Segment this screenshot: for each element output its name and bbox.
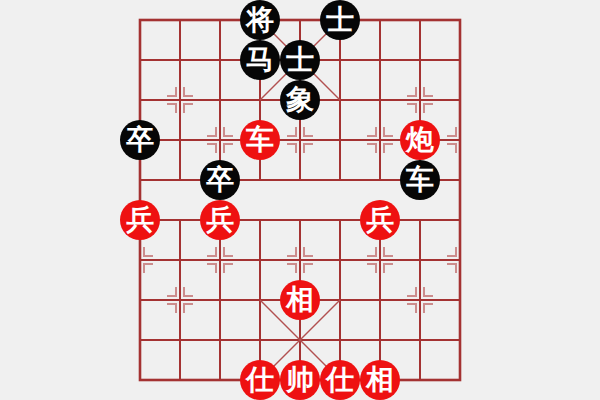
piece-black-chariot[interactable]: 车 bbox=[400, 160, 440, 200]
piece-black-advisor[interactable]: 士 bbox=[320, 0, 360, 40]
piece-red-elephant[interactable]: 相 bbox=[360, 360, 400, 400]
piece-red-soldier[interactable]: 兵 bbox=[360, 200, 400, 240]
piece-red-chariot[interactable]: 车 bbox=[240, 120, 280, 160]
piece-black-advisor[interactable]: 士 bbox=[280, 40, 320, 80]
piece-red-soldier[interactable]: 兵 bbox=[200, 200, 240, 240]
piece-black-soldier[interactable]: 卒 bbox=[200, 160, 240, 200]
piece-black-horse[interactable]: 马 bbox=[240, 40, 280, 80]
piece-layer: 将士马士象卒车炮卒车兵兵兵相仕帅仕相 bbox=[120, 0, 480, 400]
piece-red-cannon[interactable]: 炮 bbox=[400, 120, 440, 160]
piece-red-elephant[interactable]: 相 bbox=[280, 280, 320, 320]
piece-black-general[interactable]: 将 bbox=[240, 0, 280, 40]
piece-black-elephant[interactable]: 象 bbox=[280, 80, 320, 120]
piece-black-soldier[interactable]: 卒 bbox=[120, 120, 160, 160]
piece-red-general[interactable]: 帅 bbox=[280, 360, 320, 400]
piece-red-soldier[interactable]: 兵 bbox=[120, 200, 160, 240]
piece-red-advisor[interactable]: 仕 bbox=[320, 360, 360, 400]
piece-red-advisor[interactable]: 仕 bbox=[240, 360, 280, 400]
xiangqi-board: 将士马士象卒车炮卒车兵兵兵相仕帅仕相 bbox=[0, 0, 600, 400]
